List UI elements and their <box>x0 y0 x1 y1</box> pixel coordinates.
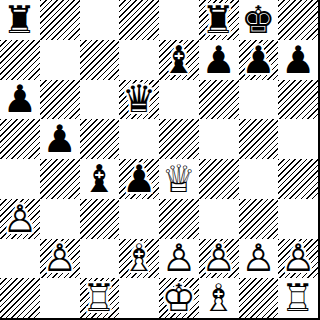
piece-white-bishop-fill: ♝ <box>199 278 239 318</box>
square-b1[interactable] <box>40 278 80 318</box>
square-e7[interactable]: ♝ <box>159 40 199 80</box>
square-f5[interactable] <box>199 119 239 159</box>
square-d2[interactable]: ♝♗ <box>119 239 159 279</box>
piece-white-queen: ♕ <box>159 159 199 199</box>
square-c1[interactable]: ♜♖ <box>80 278 120 318</box>
square-b4[interactable] <box>40 159 80 199</box>
piece-black-bishop: ♝ <box>159 40 199 80</box>
square-e5[interactable] <box>159 119 199 159</box>
piece-white-bishop-fill: ♝ <box>119 239 159 279</box>
piece-black-pawn: ♟ <box>199 40 239 80</box>
square-d6[interactable]: ♛ <box>119 80 159 120</box>
square-c2[interactable] <box>80 239 120 279</box>
piece-white-pawn: ♙ <box>199 239 239 279</box>
piece-black-rook: ♜ <box>199 0 239 40</box>
square-e4[interactable]: ♛♕ <box>159 159 199 199</box>
piece-black-pawn: ♟ <box>239 40 279 80</box>
piece-black-queen: ♛ <box>119 80 159 120</box>
square-a6[interactable]: ♟ <box>0 80 40 120</box>
square-g7[interactable]: ♟ <box>239 40 279 80</box>
square-a4[interactable] <box>0 159 40 199</box>
square-h3[interactable] <box>278 199 318 239</box>
square-c7[interactable] <box>80 40 120 80</box>
square-c5[interactable] <box>80 119 120 159</box>
piece-white-pawn-fill: ♟ <box>239 239 279 279</box>
piece-black-pawn: ♟ <box>119 159 159 199</box>
square-h5[interactable] <box>278 119 318 159</box>
square-g6[interactable] <box>239 80 279 120</box>
square-f8[interactable]: ♜ <box>199 0 239 40</box>
square-a5[interactable] <box>0 119 40 159</box>
square-h4[interactable] <box>278 159 318 199</box>
piece-white-bishop: ♗ <box>199 278 239 318</box>
piece-black-rook: ♜ <box>0 0 40 40</box>
piece-white-pawn: ♙ <box>0 199 40 239</box>
piece-white-bishop: ♗ <box>119 239 159 279</box>
square-a1[interactable] <box>0 278 40 318</box>
square-h7[interactable]: ♟ <box>278 40 318 80</box>
piece-white-pawn-fill: ♟ <box>199 239 239 279</box>
square-a2[interactable] <box>0 239 40 279</box>
piece-white-pawn: ♙ <box>278 239 318 279</box>
square-b5[interactable]: ♟ <box>40 119 80 159</box>
piece-white-pawn: ♙ <box>159 239 199 279</box>
square-d1[interactable] <box>119 278 159 318</box>
square-b6[interactable] <box>40 80 80 120</box>
square-h1[interactable]: ♜♖ <box>278 278 318 318</box>
square-c8[interactable] <box>80 0 120 40</box>
piece-white-pawn-fill: ♟ <box>0 199 40 239</box>
square-f6[interactable] <box>199 80 239 120</box>
square-c6[interactable] <box>80 80 120 120</box>
piece-white-pawn-fill: ♟ <box>278 239 318 279</box>
square-d8[interactable] <box>119 0 159 40</box>
square-e8[interactable] <box>159 0 199 40</box>
square-g3[interactable] <box>239 199 279 239</box>
chess-board: ♜♜♚♝♟♟♟♟♛♟♝♟♛♕♟♙♟♙♝♗♟♙♟♙♟♙♟♙♜♖♚♔♝♗♜♖ <box>0 0 320 320</box>
piece-white-king: ♔ <box>159 278 199 318</box>
square-a7[interactable] <box>0 40 40 80</box>
piece-black-pawn: ♟ <box>40 119 80 159</box>
square-c4[interactable]: ♝ <box>80 159 120 199</box>
piece-white-pawn: ♙ <box>239 239 279 279</box>
square-b3[interactable] <box>40 199 80 239</box>
piece-black-king: ♚ <box>239 0 279 40</box>
piece-white-pawn: ♙ <box>40 239 80 279</box>
piece-white-rook: ♖ <box>80 278 120 318</box>
square-b7[interactable] <box>40 40 80 80</box>
square-d7[interactable] <box>119 40 159 80</box>
square-a8[interactable]: ♜ <box>0 0 40 40</box>
square-g5[interactable] <box>239 119 279 159</box>
square-f3[interactable] <box>199 199 239 239</box>
square-e6[interactable] <box>159 80 199 120</box>
square-f2[interactable]: ♟♙ <box>199 239 239 279</box>
square-f4[interactable] <box>199 159 239 199</box>
square-b8[interactable] <box>40 0 80 40</box>
square-g1[interactable] <box>239 278 279 318</box>
square-f1[interactable]: ♝♗ <box>199 278 239 318</box>
piece-white-rook: ♖ <box>278 278 318 318</box>
piece-white-rook-fill: ♜ <box>278 278 318 318</box>
piece-black-pawn: ♟ <box>278 40 318 80</box>
square-g2[interactable]: ♟♙ <box>239 239 279 279</box>
piece-white-king-fill: ♚ <box>159 278 199 318</box>
square-h8[interactable] <box>278 0 318 40</box>
square-f7[interactable]: ♟ <box>199 40 239 80</box>
square-b2[interactable]: ♟♙ <box>40 239 80 279</box>
piece-black-bishop: ♝ <box>80 159 120 199</box>
piece-white-pawn-fill: ♟ <box>40 239 80 279</box>
square-h6[interactable] <box>278 80 318 120</box>
square-d3[interactable] <box>119 199 159 239</box>
square-e1[interactable]: ♚♔ <box>159 278 199 318</box>
square-g8[interactable]: ♚ <box>239 0 279 40</box>
piece-white-rook-fill: ♜ <box>80 278 120 318</box>
square-g4[interactable] <box>239 159 279 199</box>
square-d5[interactable] <box>119 119 159 159</box>
piece-black-pawn: ♟ <box>0 80 40 120</box>
square-e2[interactable]: ♟♙ <box>159 239 199 279</box>
square-a3[interactable]: ♟♙ <box>0 199 40 239</box>
square-h2[interactable]: ♟♙ <box>278 239 318 279</box>
square-c3[interactable] <box>80 199 120 239</box>
piece-white-queen-fill: ♛ <box>159 159 199 199</box>
piece-white-pawn-fill: ♟ <box>159 239 199 279</box>
square-d4[interactable]: ♟ <box>119 159 159 199</box>
square-e3[interactable] <box>159 199 199 239</box>
